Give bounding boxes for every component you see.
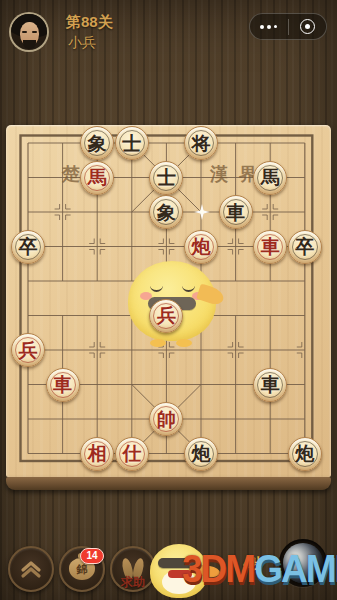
piece-red-馬[interactable]: 馬 <box>80 161 114 195</box>
piece-black-車[interactable]: 車 <box>253 368 287 402</box>
piece-black-馬[interactable]: 馬 <box>253 161 287 195</box>
piece-red-車[interactable]: 車 <box>46 368 80 402</box>
footer-chick-mascot <box>148 540 212 600</box>
piece-red-兵[interactable]: 兵 <box>11 333 45 367</box>
piece-red-相[interactable]: 相 <box>80 437 114 471</box>
steps-counter: 4步 <box>243 555 265 573</box>
double-chevron-up-icon <box>19 559 43 579</box>
piece-black-炮[interactable]: 炮 <box>184 437 218 471</box>
piece-black-車[interactable]: 車 <box>219 195 253 229</box>
piece-black-象[interactable]: 象 <box>80 126 114 160</box>
piece-black-士[interactable]: 士 <box>149 161 183 195</box>
piece-black-将[interactable]: 将 <box>184 126 218 160</box>
piece-red-炮[interactable]: 炮 <box>184 230 218 264</box>
piece-black-炮[interactable]: 炮 <box>288 437 322 471</box>
chick-foot <box>150 339 166 347</box>
chick-mouth <box>168 570 192 578</box>
chick-foot <box>176 339 192 347</box>
piece-black-卒[interactable]: 卒 <box>11 230 45 264</box>
collapse-button[interactable] <box>8 546 54 592</box>
piece-black-卒[interactable]: 卒 <box>288 230 322 264</box>
piece-black-士[interactable]: 士 <box>115 126 149 160</box>
piece-red-車[interactable]: 車 <box>253 230 287 264</box>
stone-sphere-button[interactable] <box>279 539 327 587</box>
piece-red-仕[interactable]: 仕 <box>115 437 149 471</box>
hint-count-badge: 14 <box>80 548 104 564</box>
app-screen: 第88关 小兵 楚河 漢界 象士将馬士馬象車卒炮車卒兵兵車車帥相仕炮炮 <box>0 0 337 600</box>
chick-sunglasses <box>158 558 200 568</box>
help-label: 求助 <box>112 574 154 591</box>
stone-orb-icon <box>283 543 323 583</box>
piece-red-兵[interactable]: 兵 <box>149 299 183 333</box>
